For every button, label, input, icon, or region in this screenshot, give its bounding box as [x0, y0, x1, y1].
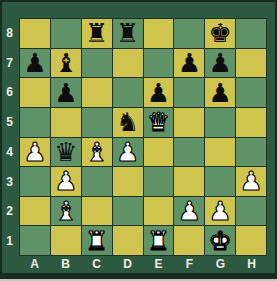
square-f1[interactable]: [174, 226, 204, 255]
square-d1[interactable]: [113, 226, 143, 255]
rank-label-4: 4: [0, 137, 19, 167]
white-queen-icon: ♛: [147, 108, 170, 136]
file-label-e: E: [143, 256, 174, 271]
black-pawn-icon: ♟: [147, 79, 170, 107]
white-bishop-icon: ♝: [85, 138, 108, 166]
square-c3[interactable]: [82, 167, 112, 196]
square-c1[interactable]: ♜: [82, 226, 112, 255]
square-a7[interactable]: ♟: [20, 49, 50, 78]
black-pawn-icon: ♟: [54, 79, 77, 107]
square-h1[interactable]: [236, 226, 266, 255]
square-g1[interactable]: ♚: [205, 226, 235, 255]
square-h7[interactable]: [236, 49, 266, 78]
black-queen-icon: ♛: [54, 138, 77, 166]
square-d5[interactable]: ♞: [113, 108, 143, 137]
white-bishop-icon: ♝: [54, 197, 77, 225]
square-g4[interactable]: [205, 138, 235, 167]
black-pawn-icon: ♟: [178, 49, 201, 77]
white-rook-icon: ♜: [85, 227, 108, 255]
black-pawn-icon: ♟: [23, 49, 46, 77]
rank-label-5: 5: [0, 107, 19, 137]
square-e7[interactable]: [144, 49, 174, 78]
black-pawn-icon: ♟: [209, 49, 232, 77]
file-label-g: G: [205, 256, 236, 271]
square-g2[interactable]: ♟: [205, 197, 235, 226]
square-b6[interactable]: ♟: [51, 78, 81, 107]
square-a5[interactable]: [20, 108, 50, 137]
square-b2[interactable]: ♝: [51, 197, 81, 226]
black-knight-icon: ♞: [116, 108, 139, 136]
file-label-h: H: [236, 256, 267, 271]
square-g7[interactable]: ♟: [205, 49, 235, 78]
black-pawn-icon: ♟: [209, 79, 232, 107]
square-f2[interactable]: ♟: [174, 197, 204, 226]
white-pawn-icon: ♟: [116, 138, 139, 166]
window-top-edge: [0, 0, 277, 2]
square-e4[interactable]: [144, 138, 174, 167]
square-f8[interactable]: [174, 19, 204, 48]
square-e3[interactable]: [144, 167, 174, 196]
file-labels: ABCDEFGH: [19, 256, 267, 271]
square-b3[interactable]: ♟: [51, 167, 81, 196]
file-label-d: D: [112, 256, 143, 271]
rank-label-7: 7: [0, 48, 19, 78]
white-pawn-icon: ♟: [23, 138, 46, 166]
square-f5[interactable]: [174, 108, 204, 137]
square-e8[interactable]: [144, 19, 174, 48]
square-a2[interactable]: [20, 197, 50, 226]
square-h3[interactable]: ♟: [236, 167, 266, 196]
rank-label-6: 6: [0, 78, 19, 108]
square-g3[interactable]: [205, 167, 235, 196]
square-d4[interactable]: ♟: [113, 138, 143, 167]
chess-board[interactable]: ♜♜♚♟♝♟♟♟♟♟♞♛♟♛♝♟♟♟♝♟♟♜♜♚: [19, 18, 267, 256]
square-b1[interactable]: [51, 226, 81, 255]
square-h4[interactable]: [236, 138, 266, 167]
file-label-c: C: [81, 256, 112, 271]
square-g5[interactable]: [205, 108, 235, 137]
square-a3[interactable]: [20, 167, 50, 196]
black-rook-icon: ♜: [116, 19, 139, 47]
square-a8[interactable]: [20, 19, 50, 48]
square-e2[interactable]: [144, 197, 174, 226]
square-c4[interactable]: ♝: [82, 138, 112, 167]
black-rook-icon: ♜: [85, 19, 108, 47]
window-right-edge: [275, 0, 277, 281]
square-h2[interactable]: [236, 197, 266, 226]
square-d7[interactable]: [113, 49, 143, 78]
rank-label-8: 8: [0, 18, 19, 48]
white-pawn-icon: ♟: [178, 197, 201, 225]
square-f6[interactable]: [174, 78, 204, 107]
white-rook-icon: ♜: [147, 227, 170, 255]
square-b4[interactable]: ♛: [51, 138, 81, 167]
square-c2[interactable]: [82, 197, 112, 226]
file-label-a: A: [19, 256, 50, 271]
white-pawn-icon: ♟: [239, 167, 262, 195]
square-e1[interactable]: ♜: [144, 226, 174, 255]
rank-label-2: 2: [0, 197, 19, 227]
square-d2[interactable]: [113, 197, 143, 226]
square-b5[interactable]: [51, 108, 81, 137]
square-c8[interactable]: ♜: [82, 19, 112, 48]
chess-board-window: 87654321 ♜♜♚♟♝♟♟♟♟♟♞♛♟♛♝♟♟♟♝♟♟♜♜♚ ABCDEF…: [0, 0, 277, 281]
black-king-icon: ♚: [209, 19, 232, 47]
square-c6[interactable]: [82, 78, 112, 107]
white-pawn-icon: ♟: [54, 167, 77, 195]
square-h6[interactable]: [236, 78, 266, 107]
square-g8[interactable]: ♚: [205, 19, 235, 48]
square-b7[interactable]: ♝: [51, 49, 81, 78]
square-d3[interactable]: [113, 167, 143, 196]
square-h5[interactable]: [236, 108, 266, 137]
square-g6[interactable]: ♟: [205, 78, 235, 107]
square-f7[interactable]: ♟: [174, 49, 204, 78]
rank-label-3: 3: [0, 167, 19, 197]
square-c5[interactable]: [82, 108, 112, 137]
square-e5[interactable]: ♛: [144, 108, 174, 137]
square-d6[interactable]: [113, 78, 143, 107]
white-pawn-icon: ♟: [209, 197, 232, 225]
square-c7[interactable]: [82, 49, 112, 78]
rank-label-1: 1: [0, 226, 19, 256]
white-king-icon: ♚: [209, 227, 232, 255]
file-label-b: B: [50, 256, 81, 271]
square-d8[interactable]: ♜: [113, 19, 143, 48]
rank-labels: 87654321: [0, 18, 19, 256]
square-a4[interactable]: ♟: [20, 138, 50, 167]
square-h8[interactable]: [236, 19, 266, 48]
square-f4[interactable]: [174, 138, 204, 167]
square-b8[interactable]: [51, 19, 81, 48]
square-a1[interactable]: [20, 226, 50, 255]
square-e6[interactable]: ♟: [144, 78, 174, 107]
black-bishop-icon: ♝: [54, 49, 77, 77]
file-label-f: F: [174, 256, 205, 271]
square-f3[interactable]: [174, 167, 204, 196]
square-a6[interactable]: [20, 78, 50, 107]
